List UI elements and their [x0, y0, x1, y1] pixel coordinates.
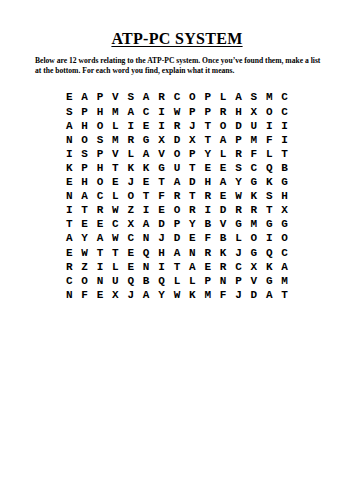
grid-cell-r6c15: B [277, 161, 292, 175]
grid-cell-r10c3: E [92, 217, 107, 231]
grid-cell-r3c2: H [77, 119, 92, 133]
grid-cell-r5c11: L [215, 147, 230, 161]
grid-cell-r3c15: I [277, 119, 292, 133]
grid-cell-r9c13: R [246, 203, 261, 217]
grid-cell-r12c15: C [277, 245, 292, 259]
grid-cell-r3c13: U [246, 119, 261, 133]
grid-cell-r5c7: V [154, 147, 169, 161]
grid-cell-r13c7: I [154, 260, 169, 274]
grid-cell-r8c14: S [262, 189, 277, 203]
grid-cell-r15c13: D [246, 288, 261, 302]
grid-cell-r10c7: D [154, 217, 169, 231]
page-title: ATP-PC SYSTEM [0, 30, 354, 48]
grid-cell-r6c3: H [92, 161, 107, 175]
grid-cell-r15c8: W [169, 288, 184, 302]
grid-cell-r4c5: R [123, 133, 138, 147]
grid-cell-r5c3: P [92, 147, 107, 161]
grid-cell-r6c7: G [154, 161, 169, 175]
grid-cell-r15c2: F [77, 288, 92, 302]
grid-cell-r12c6: Q [138, 245, 153, 259]
grid-cell-r7c2: H [77, 175, 92, 189]
grid-cell-r7c10: H [200, 175, 215, 189]
grid-cell-r7c13: G [246, 175, 261, 189]
grid-cell-r11c9: E [185, 231, 200, 245]
grid-cell-r9c15: X [277, 203, 292, 217]
grid-cell-r3c4: L [108, 119, 123, 133]
grid-cell-r8c6: T [138, 189, 153, 203]
grid-cell-r12c14: Q [262, 245, 277, 259]
grid-cell-r7c4: E [108, 175, 123, 189]
grid-cell-r14c14: G [262, 274, 277, 288]
grid-cell-r5c13: F [246, 147, 261, 161]
grid-cell-r15c15: T [277, 288, 292, 302]
grid-cell-r7c14: K [262, 175, 277, 189]
grid-cell-r11c4: W [108, 231, 123, 245]
grid-cell-r2c15: C [277, 105, 292, 119]
grid-cell-r11c10: F [200, 231, 215, 245]
grid-cell-r9c7: E [154, 203, 169, 217]
grid-cell-r2c10: P [200, 105, 215, 119]
grid-cell-r4c6: G [138, 133, 153, 147]
grid-cell-r13c11: R [215, 260, 230, 274]
grid-cell-r15c7: Y [154, 288, 169, 302]
grid-cell-r8c9: T [185, 189, 200, 203]
grid-cell-r15c1: N [62, 288, 77, 302]
grid-cell-r5c1: I [62, 147, 77, 161]
grid-cell-r10c14: G [262, 217, 277, 231]
grid-cell-r5c2: S [77, 147, 92, 161]
grid-cell-r14c7: Q [154, 274, 169, 288]
grid-cell-r12c13: G [246, 245, 261, 259]
grid-cell-r1c12: A [231, 90, 246, 104]
grid-cell-r1c8: C [169, 90, 184, 104]
grid-cell-r5c4: V [108, 147, 123, 161]
grid-cell-r1c6: A [138, 90, 153, 104]
grid-cell-r4c8: D [169, 133, 184, 147]
grid-cell-r5c9: P [185, 147, 200, 161]
grid-cell-r8c8: R [169, 189, 184, 203]
grid-cell-r13c12: C [231, 260, 246, 274]
grid-cell-r13c13: X [246, 260, 261, 274]
grid-cell-r14c1: C [62, 274, 77, 288]
grid-cell-r2c14: O [262, 105, 277, 119]
grid-cell-r13c6: N [138, 260, 153, 274]
grid-cell-r6c9: T [185, 161, 200, 175]
grid-cell-r4c4: M [108, 133, 123, 147]
grid-cell-r3c6: E [138, 119, 153, 133]
grid-cell-r4c13: M [246, 133, 261, 147]
grid-cell-r12c10: R [200, 245, 215, 259]
grid-cell-r6c10: E [200, 161, 215, 175]
grid-cell-r5c10: Y [200, 147, 215, 161]
grid-cell-r3c14: I [262, 119, 277, 133]
grid-cell-r10c15: G [277, 217, 292, 231]
grid-cell-r2c12: H [231, 105, 246, 119]
grid-cell-r12c9: N [185, 245, 200, 259]
grid-cell-r8c3: C [92, 189, 107, 203]
grid-cell-r13c1: R [62, 260, 77, 274]
grid-cell-r11c12: L [231, 231, 246, 245]
grid-cell-r1c4: V [108, 90, 123, 104]
grid-cell-r14c10: P [200, 274, 215, 288]
grid-cell-r4c14: F [262, 133, 277, 147]
grid-cell-r3c5: I [123, 119, 138, 133]
grid-cell-r10c8: P [169, 217, 184, 231]
grid-cell-r15c11: F [215, 288, 230, 302]
grid-cell-r6c1: K [62, 161, 77, 175]
grid-cell-r12c12: J [231, 245, 246, 259]
worksheet-page: ATP-PC SYSTEM Below are 12 words relatin… [0, 0, 354, 500]
grid-cell-r8c10: R [200, 189, 215, 203]
grid-cell-r14c8: L [169, 274, 184, 288]
grid-cell-r6c12: S [231, 161, 246, 175]
grid-cell-r13c9: A [185, 260, 200, 274]
grid-cell-r10c10: B [200, 217, 215, 231]
grid-cell-r11c5: C [123, 231, 138, 245]
grid-cell-r14c6: B [138, 274, 153, 288]
grid-cell-r15c4: X [108, 288, 123, 302]
grid-cell-r8c13: K [246, 189, 261, 203]
grid-cell-r10c4: C [108, 217, 123, 231]
grid-cell-r13c2: Z [77, 260, 92, 274]
grid-cell-r6c2: P [77, 161, 92, 175]
grid-cell-r3c3: O [92, 119, 107, 133]
grid-cell-r3c10: T [200, 119, 215, 133]
grid-cell-r13c8: T [169, 260, 184, 274]
grid-cell-r5c8: O [169, 147, 184, 161]
grid-cell-r6c14: Q [262, 161, 277, 175]
grid-cell-r6c11: E [215, 161, 230, 175]
grid-cell-r4c9: X [185, 133, 200, 147]
grid-cell-r11c1: A [62, 231, 77, 245]
grid-cell-r8c12: W [231, 189, 246, 203]
grid-cell-r12c2: W [77, 245, 92, 259]
grid-cell-r14c5: Q [123, 274, 138, 288]
grid-cell-r9c8: O [169, 203, 184, 217]
grid-cell-r15c14: A [262, 288, 277, 302]
grid-cell-r12c8: A [169, 245, 184, 259]
grid-cell-r3c12: D [231, 119, 246, 133]
grid-cell-r14c12: P [231, 274, 246, 288]
grid-cell-r1c5: S [123, 90, 138, 104]
grid-cell-r1c3: P [92, 90, 107, 104]
grid-cell-r7c8: A [169, 175, 184, 189]
grid-cell-r11c6: N [138, 231, 153, 245]
grid-cell-r4c12: P [231, 133, 246, 147]
grid-cell-r11c14: I [262, 231, 277, 245]
grid-cell-r2c11: R [215, 105, 230, 119]
grid-cell-r1c2: A [77, 90, 92, 104]
grid-cell-r14c9: L [185, 274, 200, 288]
grid-cell-r2c9: P [185, 105, 200, 119]
grid-cell-r6c6: K [138, 161, 153, 175]
grid-cell-r7c11: A [215, 175, 230, 189]
grid-cell-r10c11: V [215, 217, 230, 231]
grid-cell-r12c11: K [215, 245, 230, 259]
grid-cell-r5c5: L [123, 147, 138, 161]
grid-cell-r13c5: E [123, 260, 138, 274]
grid-cell-r1c11: L [215, 90, 230, 104]
grid-cell-r15c9: K [185, 288, 200, 302]
word-search-grid: EAPVSARCOPLASMCSPHMACIWPPRHXOCAHOLIEIRJT… [62, 90, 293, 301]
grid-cell-r10c5: X [123, 217, 138, 231]
grid-cell-r1c1: E [62, 90, 77, 104]
grid-cell-r9c12: R [231, 203, 246, 217]
grid-cell-r9c6: I [138, 203, 153, 217]
grid-cell-r4c15: I [277, 133, 292, 147]
grid-cell-r10c13: M [246, 217, 261, 231]
grid-cell-r10c6: A [138, 217, 153, 231]
grid-cell-r15c5: J [123, 288, 138, 302]
grid-cell-r3c1: A [62, 119, 77, 133]
grid-cell-r9c11: D [215, 203, 230, 217]
grid-cell-r4c10: T [200, 133, 215, 147]
grid-cell-r8c2: A [77, 189, 92, 203]
grid-cell-r1c7: R [154, 90, 169, 104]
grid-cell-r15c12: J [231, 288, 246, 302]
grid-cell-r14c13: V [246, 274, 261, 288]
grid-cell-r12c1: E [62, 245, 77, 259]
grid-cell-r9c2: T [77, 203, 92, 217]
grid-cell-r13c15: A [277, 260, 292, 274]
grid-cell-r3c9: J [185, 119, 200, 133]
grid-cell-r10c1: T [62, 217, 77, 231]
grid-cell-r7c15: G [277, 175, 292, 189]
grid-cell-r10c9: Y [185, 217, 200, 231]
grid-cell-r8c4: L [108, 189, 123, 203]
grid-cell-r5c12: R [231, 147, 246, 161]
grid-cell-r11c3: A [92, 231, 107, 245]
grid-cell-r13c4: L [108, 260, 123, 274]
grid-cell-r2c5: A [123, 105, 138, 119]
grid-cell-r5c6: A [138, 147, 153, 161]
instructions-text: Below are 12 words relating to the ATP-P… [35, 56, 328, 75]
grid-cell-r5c14: L [262, 147, 277, 161]
grid-cell-r1c13: S [246, 90, 261, 104]
grid-cell-r7c9: D [185, 175, 200, 189]
grid-cell-r1c9: O [185, 90, 200, 104]
grid-cell-r10c12: G [231, 217, 246, 231]
grid-cell-r15c10: M [200, 288, 215, 302]
grid-cell-r1c15: C [277, 90, 292, 104]
grid-cell-r4c3: S [92, 133, 107, 147]
grid-cell-r12c3: T [92, 245, 107, 259]
grid-cell-r11c11: B [215, 231, 230, 245]
grid-cell-r11c15: O [277, 231, 292, 245]
grid-cell-r2c8: W [169, 105, 184, 119]
grid-cell-r9c1: I [62, 203, 77, 217]
grid-cell-r13c14: K [262, 260, 277, 274]
grid-cell-r15c3: E [92, 288, 107, 302]
grid-cell-r11c8: D [169, 231, 184, 245]
grid-cell-r14c15: M [277, 274, 292, 288]
grid-cell-r14c11: N [215, 274, 230, 288]
grid-cell-r1c10: P [200, 90, 215, 104]
grid-cell-r14c3: N [92, 274, 107, 288]
grid-cell-r2c1: S [62, 105, 77, 119]
grid-cell-r9c14: T [262, 203, 277, 217]
grid-cell-r11c2: Y [77, 231, 92, 245]
grid-cell-r3c7: I [154, 119, 169, 133]
grid-cell-r7c6: E [138, 175, 153, 189]
grid-cell-r7c3: O [92, 175, 107, 189]
grid-cell-r2c6: C [138, 105, 153, 119]
grid-cell-r15c6: A [138, 288, 153, 302]
grid-cell-r12c7: H [154, 245, 169, 259]
grid-cell-r14c4: U [108, 274, 123, 288]
grid-cell-r9c5: Z [123, 203, 138, 217]
grid-cell-r13c3: I [92, 260, 107, 274]
grid-cell-r14c2: O [77, 274, 92, 288]
grid-cell-r1c14: M [262, 90, 277, 104]
grid-cell-r10c2: E [77, 217, 92, 231]
grid-cell-r11c13: O [246, 231, 261, 245]
grid-cell-r13c10: E [200, 260, 215, 274]
grid-cell-r9c4: W [108, 203, 123, 217]
grid-cell-r8c11: E [215, 189, 230, 203]
grid-cell-r7c12: Y [231, 175, 246, 189]
grid-cell-r7c7: T [154, 175, 169, 189]
grid-cell-r11c7: J [154, 231, 169, 245]
grid-cell-r8c1: N [62, 189, 77, 203]
grid-cell-r12c5: E [123, 245, 138, 259]
grid-cell-r2c7: I [154, 105, 169, 119]
grid-cell-r8c7: F [154, 189, 169, 203]
grid-cell-r3c11: O [215, 119, 230, 133]
grid-cell-r4c1: N [62, 133, 77, 147]
grid-cell-r6c5: K [123, 161, 138, 175]
grid-cell-r8c15: H [277, 189, 292, 203]
grid-cell-r4c7: X [154, 133, 169, 147]
grid-cell-r2c13: X [246, 105, 261, 119]
grid-cell-r7c1: E [62, 175, 77, 189]
grid-cell-r4c2: O [77, 133, 92, 147]
grid-cell-r3c8: R [169, 119, 184, 133]
grid-cell-r4c11: A [215, 133, 230, 147]
grid-cell-r5c15: T [277, 147, 292, 161]
grid-cell-r8c5: O [123, 189, 138, 203]
grid-cell-r9c3: R [92, 203, 107, 217]
grid-cell-r6c13: C [246, 161, 261, 175]
grid-cell-r7c5: J [123, 175, 138, 189]
grid-cell-r2c4: M [108, 105, 123, 119]
grid-cell-r9c9: R [185, 203, 200, 217]
grid-cell-r12c4: T [108, 245, 123, 259]
grid-cell-r6c8: U [169, 161, 184, 175]
grid-cell-r2c3: H [92, 105, 107, 119]
grid-cell-r2c2: P [77, 105, 92, 119]
grid-cell-r9c10: I [200, 203, 215, 217]
grid-cell-r6c4: T [108, 161, 123, 175]
